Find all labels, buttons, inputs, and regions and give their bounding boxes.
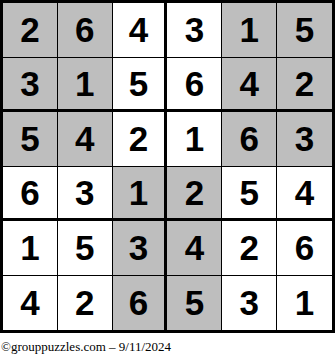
cell-r6c1: 4: [3, 276, 58, 331]
cell-r5c4: 4: [167, 221, 222, 276]
cell-r6c2: 2: [58, 276, 113, 331]
cell-r2c6: 2: [277, 58, 332, 113]
cell-r3c2: 4: [58, 112, 113, 167]
cell-r3c6: 3: [277, 112, 332, 167]
cell-r5c1: 1: [3, 221, 58, 276]
cell-r5c3: 3: [113, 221, 168, 276]
cell-r5c2: 5: [58, 221, 113, 276]
cell-r5c5: 2: [222, 221, 277, 276]
cell-r4c6: 4: [277, 167, 332, 222]
cell-r1c1: 2: [3, 3, 58, 58]
cell-r1c2: 6: [58, 3, 113, 58]
sudoku-board: 264315315642542163631254153426426531: [0, 0, 335, 333]
cell-r1c3: 4: [113, 3, 168, 58]
cell-r1c6: 5: [277, 3, 332, 58]
cell-r2c1: 3: [3, 58, 58, 113]
cell-r4c3: 1: [113, 167, 168, 222]
cell-r2c2: 1: [58, 58, 113, 113]
cell-r4c4: 2: [167, 167, 222, 222]
cell-r4c1: 6: [3, 167, 58, 222]
cell-r2c5: 4: [222, 58, 277, 113]
cell-r2c3: 5: [113, 58, 168, 113]
cell-r6c5: 3: [222, 276, 277, 331]
copyright-footer: ©grouppuzzles.com – 9/11/2024: [1, 340, 171, 354]
puzzle-image: 264315315642542163631254153426426531 ©gr…: [0, 0, 335, 357]
cell-r4c5: 5: [222, 167, 277, 222]
cell-r6c6: 1: [277, 276, 332, 331]
cell-r3c4: 1: [167, 112, 222, 167]
cell-r3c1: 5: [3, 112, 58, 167]
cell-r3c5: 6: [222, 112, 277, 167]
cell-r6c3: 6: [113, 276, 168, 331]
cell-r1c5: 1: [222, 3, 277, 58]
cell-r2c4: 6: [167, 58, 222, 113]
cell-r4c2: 3: [58, 167, 113, 222]
cell-r6c4: 5: [167, 276, 222, 331]
cell-r5c6: 6: [277, 221, 332, 276]
cell-r3c3: 2: [113, 112, 168, 167]
cell-r1c4: 3: [167, 3, 222, 58]
